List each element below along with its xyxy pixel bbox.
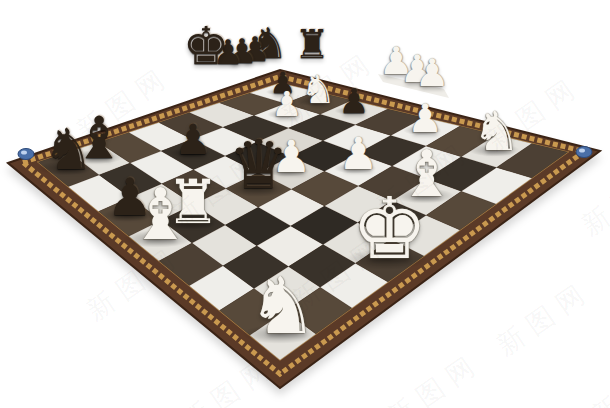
sticker-glint <box>579 149 585 153</box>
white-pawn-g7[interactable]: ♟ <box>272 87 303 121</box>
white-pawn-h4[interactable]: ♟ <box>408 99 443 138</box>
white-knight-h2[interactable]: ♞ <box>472 105 521 159</box>
chessboard-photo: ♜♞♟♟♟♚♟♟♟♟♞♟♟♟♞♟♝♞♟♟♛♝♟♜♝♚♞ 新图网新图网新图网新图网… <box>0 0 610 408</box>
corner-sticker-right <box>576 147 592 158</box>
captured-black-king[interactable]: ♚ <box>183 20 230 72</box>
white-bishop-a5[interactable]: ♝ <box>128 179 192 250</box>
white-knight-a1[interactable]: ♞ <box>248 268 318 346</box>
corner-sticker-left <box>18 149 34 160</box>
captured-white-pawn[interactable]: ♟ <box>415 54 449 92</box>
white-pawn-f4[interactable]: ♟ <box>338 132 378 176</box>
black-queen-d5[interactable]: ♛ <box>228 132 289 200</box>
white-king-d1[interactable]: ♚ <box>351 187 427 272</box>
black-pawn-d7[interactable]: ♟ <box>174 119 212 161</box>
sticker-glint <box>21 151 27 155</box>
black-knight-a8[interactable]: ♞ <box>43 120 94 177</box>
captured-black-rook[interactable]: ♜ <box>294 24 330 64</box>
black-pawn-h6[interactable]: ♟ <box>339 84 370 118</box>
white-knight-h7[interactable]: ♞ <box>301 70 336 109</box>
